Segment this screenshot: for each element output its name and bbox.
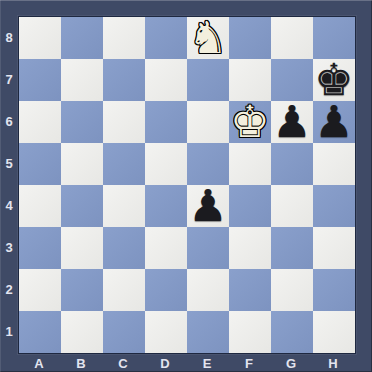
- square-c6[interactable]: [103, 101, 145, 143]
- square-f6[interactable]: ♚: [229, 101, 271, 143]
- square-a5[interactable]: [19, 143, 61, 185]
- square-b7[interactable]: [61, 59, 103, 101]
- piece-black-pawn[interactable]: ♟: [188, 185, 227, 227]
- square-f2[interactable]: [229, 269, 271, 311]
- square-c2[interactable]: [103, 269, 145, 311]
- square-f4[interactable]: [229, 185, 271, 227]
- square-b8[interactable]: [61, 17, 103, 59]
- file-label-c: C: [102, 354, 144, 372]
- file-label-b: B: [60, 354, 102, 372]
- file-labels: ABCDEFGH: [18, 354, 356, 372]
- chess-board[interactable]: ♞♚♚♟♟♟: [18, 16, 356, 354]
- square-c4[interactable]: [103, 185, 145, 227]
- square-e3[interactable]: [187, 227, 229, 269]
- square-c7[interactable]: [103, 59, 145, 101]
- square-g3[interactable]: [271, 227, 313, 269]
- square-b1[interactable]: [61, 311, 103, 353]
- square-g2[interactable]: [271, 269, 313, 311]
- square-g1[interactable]: [271, 311, 313, 353]
- square-e4[interactable]: ♟: [187, 185, 229, 227]
- square-e2[interactable]: [187, 269, 229, 311]
- square-e8[interactable]: ♞: [187, 17, 229, 59]
- square-h1[interactable]: [313, 311, 355, 353]
- rank-label-6: 6: [0, 100, 18, 142]
- square-d3[interactable]: [145, 227, 187, 269]
- square-a2[interactable]: [19, 269, 61, 311]
- square-h7[interactable]: ♚: [313, 59, 355, 101]
- square-f5[interactable]: [229, 143, 271, 185]
- square-b2[interactable]: [61, 269, 103, 311]
- square-d1[interactable]: [145, 311, 187, 353]
- square-b3[interactable]: [61, 227, 103, 269]
- rank-label-2: 2: [0, 268, 18, 310]
- square-e1[interactable]: [187, 311, 229, 353]
- file-label-e: E: [186, 354, 228, 372]
- square-f3[interactable]: [229, 227, 271, 269]
- square-d5[interactable]: [145, 143, 187, 185]
- piece-black-king[interactable]: ♚: [314, 59, 353, 101]
- square-h2[interactable]: [313, 269, 355, 311]
- file-label-d: D: [144, 354, 186, 372]
- square-e6[interactable]: [187, 101, 229, 143]
- square-c5[interactable]: [103, 143, 145, 185]
- piece-white-knight[interactable]: ♞: [188, 17, 227, 59]
- rank-label-5: 5: [0, 142, 18, 184]
- piece-black-pawn[interactable]: ♟: [272, 101, 311, 143]
- piece-white-king[interactable]: ♚: [230, 101, 269, 143]
- square-a8[interactable]: [19, 17, 61, 59]
- square-a1[interactable]: [19, 311, 61, 353]
- square-h4[interactable]: [313, 185, 355, 227]
- rank-label-7: 7: [0, 58, 18, 100]
- square-d7[interactable]: [145, 59, 187, 101]
- square-f8[interactable]: [229, 17, 271, 59]
- rank-label-1: 1: [0, 310, 18, 352]
- square-h3[interactable]: [313, 227, 355, 269]
- square-d4[interactable]: [145, 185, 187, 227]
- square-d6[interactable]: [145, 101, 187, 143]
- square-a3[interactable]: [19, 227, 61, 269]
- file-label-f: F: [228, 354, 270, 372]
- square-c1[interactable]: [103, 311, 145, 353]
- square-b4[interactable]: [61, 185, 103, 227]
- square-a4[interactable]: [19, 185, 61, 227]
- square-e5[interactable]: [187, 143, 229, 185]
- square-g5[interactable]: [271, 143, 313, 185]
- square-e7[interactable]: [187, 59, 229, 101]
- chessboard-frame: 87654321 ♞♚♚♟♟♟ ABCDEFGH: [0, 0, 372, 372]
- file-label-h: H: [312, 354, 354, 372]
- square-f1[interactable]: [229, 311, 271, 353]
- square-b5[interactable]: [61, 143, 103, 185]
- rank-label-8: 8: [0, 16, 18, 58]
- square-c8[interactable]: [103, 17, 145, 59]
- square-c3[interactable]: [103, 227, 145, 269]
- square-h5[interactable]: [313, 143, 355, 185]
- square-f7[interactable]: [229, 59, 271, 101]
- square-d2[interactable]: [145, 269, 187, 311]
- square-h8[interactable]: [313, 17, 355, 59]
- file-label-g: G: [270, 354, 312, 372]
- piece-black-pawn[interactable]: ♟: [314, 101, 353, 143]
- square-h6[interactable]: ♟: [313, 101, 355, 143]
- square-b6[interactable]: [61, 101, 103, 143]
- square-d8[interactable]: [145, 17, 187, 59]
- rank-label-4: 4: [0, 184, 18, 226]
- square-g4[interactable]: [271, 185, 313, 227]
- rank-labels: 87654321: [0, 16, 18, 352]
- square-g6[interactable]: ♟: [271, 101, 313, 143]
- square-a7[interactable]: [19, 59, 61, 101]
- square-a6[interactable]: [19, 101, 61, 143]
- square-g8[interactable]: [271, 17, 313, 59]
- rank-label-3: 3: [0, 226, 18, 268]
- square-g7[interactable]: [271, 59, 313, 101]
- file-label-a: A: [18, 354, 60, 372]
